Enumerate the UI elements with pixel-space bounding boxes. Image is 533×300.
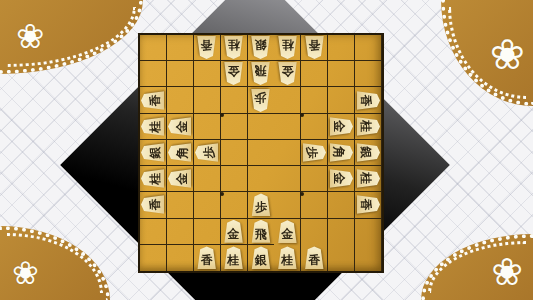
shogi-scene: { "game": "shogi", "scene": { "descripti… bbox=[0, 0, 533, 300]
shogi-piece[interactable]: 桂 bbox=[357, 116, 380, 137]
piece-body: 桂 bbox=[141, 116, 164, 137]
piece-kanji: 金 bbox=[333, 173, 345, 185]
piece-body: 銀 bbox=[250, 246, 271, 269]
piece-body: 香 bbox=[196, 246, 217, 269]
board-cell-6-3[interactable] bbox=[221, 87, 248, 113]
piece-body: 香 bbox=[357, 194, 380, 215]
board-cell-1-3[interactable]: 香 bbox=[355, 87, 382, 113]
board-cell-3-3[interactable] bbox=[301, 87, 328, 113]
board-cell-4-1[interactable]: 桂 bbox=[274, 35, 301, 61]
piece-kanji: 金 bbox=[176, 120, 188, 132]
shogi-board[interactable]: 香桂銀桂香金飛金香歩香桂金金桂銀角歩歩角銀桂金金桂香歩香金飛金香桂銀桂香 bbox=[138, 33, 384, 273]
board-cell-4-9[interactable]: 桂 bbox=[274, 245, 301, 271]
shogi-piece[interactable]: 香 bbox=[304, 36, 325, 59]
piece-kanji: 香 bbox=[308, 39, 320, 51]
board-cell-9-8[interactable] bbox=[140, 219, 167, 245]
board-cell-6-7[interactable] bbox=[221, 192, 248, 218]
piece-body: 金 bbox=[277, 62, 298, 85]
shogi-piece[interactable]: 飛 bbox=[250, 220, 271, 243]
piece-body: 角 bbox=[330, 142, 353, 163]
piece-kanji: 歩 bbox=[306, 146, 318, 158]
piece-body: 金 bbox=[277, 220, 298, 243]
piece-body: 金 bbox=[223, 220, 244, 243]
piece-body: 桂 bbox=[141, 168, 164, 189]
shogi-piece[interactable]: 金 bbox=[330, 116, 353, 137]
board-cell-9-3[interactable]: 香 bbox=[140, 87, 167, 113]
piece-kanji: 金 bbox=[228, 228, 240, 240]
board-cell-6-9[interactable]: 桂 bbox=[221, 245, 248, 271]
star-point bbox=[220, 113, 224, 117]
piece-body: 銀 bbox=[357, 142, 380, 163]
shogi-piece[interactable]: 香 bbox=[196, 246, 217, 269]
piece-kanji: 歩 bbox=[203, 146, 215, 158]
shogi-piece[interactable]: 香 bbox=[357, 194, 380, 215]
shogi-piece[interactable]: 香 bbox=[357, 90, 380, 111]
piece-kanji: 飛 bbox=[255, 65, 267, 77]
board-cell-1-7[interactable]: 香 bbox=[355, 192, 382, 218]
piece-body: 金 bbox=[330, 168, 353, 189]
board-cell-1-4[interactable]: 桂 bbox=[355, 114, 382, 140]
piece-body: 歩 bbox=[303, 142, 326, 163]
board-cell-1-8[interactable] bbox=[355, 219, 382, 245]
piece-body: 金 bbox=[168, 116, 191, 137]
board-cell-9-5[interactable]: 銀 bbox=[140, 140, 167, 166]
board-cell-3-8[interactable] bbox=[301, 219, 328, 245]
board-cell-5-6[interactable] bbox=[248, 166, 275, 192]
board-cell-2-5[interactable]: 角 bbox=[328, 140, 355, 166]
board-cell-6-6[interactable] bbox=[221, 166, 248, 192]
board-cell-4-7[interactable] bbox=[274, 192, 301, 218]
board-cell-1-5[interactable]: 銀 bbox=[355, 140, 382, 166]
board-cell-5-8[interactable]: 飛 bbox=[248, 219, 275, 245]
shogi-piece[interactable]: 桂 bbox=[141, 116, 164, 137]
lace-corner-top-left: ❀ bbox=[0, 0, 143, 74]
board-cell-6-1[interactable]: 桂 bbox=[221, 35, 248, 61]
board-cell-3-4[interactable] bbox=[301, 114, 328, 140]
board-cell-8-6[interactable]: 金 bbox=[167, 166, 194, 192]
board-cell-8-9[interactable] bbox=[167, 245, 194, 271]
piece-kanji: 香 bbox=[201, 39, 213, 51]
piece-kanji: 銀 bbox=[149, 146, 161, 158]
lace-flower-icon: ❀ bbox=[491, 250, 523, 294]
shogi-piece[interactable]: 金 bbox=[277, 220, 298, 243]
board-cell-2-7[interactable] bbox=[328, 192, 355, 218]
piece-kanji: 角 bbox=[333, 146, 345, 158]
piece-kanji: 香 bbox=[308, 254, 320, 266]
board-cell-9-2[interactable] bbox=[140, 61, 167, 87]
board-cell-8-7[interactable] bbox=[167, 192, 194, 218]
shogi-piece[interactable]: 桂 bbox=[141, 168, 164, 189]
piece-kanji: 飛 bbox=[255, 228, 267, 240]
board-cell-9-7[interactable]: 香 bbox=[140, 192, 167, 218]
board-cell-3-1[interactable]: 香 bbox=[301, 35, 328, 61]
board-cell-3-2[interactable] bbox=[301, 61, 328, 87]
board-cell-2-9[interactable] bbox=[328, 245, 355, 271]
board-cell-4-4[interactable] bbox=[274, 114, 301, 140]
shogi-piece[interactable]: 歩 bbox=[195, 142, 218, 163]
shogi-piece[interactable]: 角 bbox=[168, 142, 191, 163]
piece-kanji: 角 bbox=[176, 146, 188, 158]
board-cell-5-3[interactable]: 歩 bbox=[248, 87, 275, 113]
board-cell-3-6[interactable] bbox=[301, 166, 328, 192]
shogi-piece[interactable]: 香 bbox=[304, 246, 325, 269]
piece-body: 香 bbox=[141, 194, 164, 215]
piece-kanji: 香 bbox=[201, 254, 213, 266]
piece-kanji: 香 bbox=[149, 199, 161, 211]
piece-kanji: 銀 bbox=[255, 254, 267, 266]
piece-kanji: 香 bbox=[149, 94, 161, 106]
lace-flower-icon: ❀ bbox=[16, 16, 45, 56]
board-cell-3-7[interactable] bbox=[301, 192, 328, 218]
board-cell-9-4[interactable]: 桂 bbox=[140, 114, 167, 140]
board-cell-7-2[interactable] bbox=[194, 61, 221, 87]
star-point bbox=[300, 192, 304, 196]
piece-body: 桂 bbox=[357, 168, 380, 189]
shogi-piece[interactable]: 飛 bbox=[250, 62, 271, 85]
piece-kanji: 桂 bbox=[228, 39, 240, 51]
piece-body: 歩 bbox=[250, 89, 271, 112]
shogi-piece[interactable]: 銀 bbox=[141, 142, 164, 163]
board-area: 香桂銀桂香金飛金香歩香桂金金桂銀角歩歩角銀桂金金桂香歩香金飛金香桂銀桂香 bbox=[138, 33, 384, 273]
shogi-piece[interactable]: 香 bbox=[141, 90, 164, 111]
shogi-piece[interactable]: 桂 bbox=[357, 168, 380, 189]
piece-kanji: 金 bbox=[228, 65, 240, 77]
piece-body: 飛 bbox=[250, 62, 271, 85]
board-cell-6-5[interactable] bbox=[221, 140, 248, 166]
shogi-piece[interactable]: 桂 bbox=[277, 36, 298, 59]
board-cell-6-8[interactable]: 金 bbox=[221, 219, 248, 245]
board-cell-7-5[interactable]: 歩 bbox=[194, 140, 221, 166]
shogi-piece[interactable]: 金 bbox=[168, 116, 191, 137]
piece-kanji: 歩 bbox=[255, 92, 267, 104]
board-cell-9-6[interactable]: 桂 bbox=[140, 166, 167, 192]
shogi-piece[interactable]: 金 bbox=[168, 168, 191, 189]
board-cell-5-2[interactable]: 飛 bbox=[248, 61, 275, 87]
piece-kanji: 桂 bbox=[360, 173, 372, 185]
shogi-piece[interactable]: 香 bbox=[196, 36, 217, 59]
board-cell-7-8[interactable] bbox=[194, 219, 221, 245]
piece-kanji: 桂 bbox=[149, 173, 161, 185]
board-cell-5-9[interactable]: 銀 bbox=[248, 245, 275, 271]
piece-kanji: 桂 bbox=[360, 120, 372, 132]
board-cell-8-1[interactable] bbox=[167, 35, 194, 61]
board-cell-7-3[interactable] bbox=[194, 87, 221, 113]
board-cell-5-7[interactable]: 歩 bbox=[248, 192, 275, 218]
piece-body: 桂 bbox=[277, 246, 298, 269]
piece-kanji: 桂 bbox=[281, 254, 293, 266]
shogi-piece[interactable]: 銀 bbox=[250, 246, 271, 269]
board-cell-8-3[interactable] bbox=[167, 87, 194, 113]
board-cell-7-4[interactable] bbox=[194, 114, 221, 140]
shogi-piece[interactable]: 金 bbox=[223, 220, 244, 243]
piece-kanji: 金 bbox=[281, 65, 293, 77]
piece-body: 香 bbox=[304, 36, 325, 59]
board-cell-1-6[interactable]: 桂 bbox=[355, 166, 382, 192]
board-cell-4-3[interactable] bbox=[274, 87, 301, 113]
board-cell-2-3[interactable] bbox=[328, 87, 355, 113]
board-cell-4-8[interactable]: 金 bbox=[274, 219, 301, 245]
board-cell-9-9[interactable] bbox=[140, 245, 167, 271]
board-cell-2-6[interactable]: 金 bbox=[328, 166, 355, 192]
piece-kanji: 金 bbox=[281, 228, 293, 240]
star-point bbox=[220, 192, 224, 196]
board-cell-2-8[interactable] bbox=[328, 219, 355, 245]
star-point bbox=[300, 113, 304, 117]
piece-kanji: 歩 bbox=[255, 201, 267, 213]
piece-kanji: 桂 bbox=[228, 254, 240, 266]
piece-kanji: 桂 bbox=[149, 120, 161, 132]
piece-body: 桂 bbox=[223, 246, 244, 269]
lace-flower-icon: ❀ bbox=[490, 30, 525, 79]
piece-body: 銀 bbox=[141, 142, 164, 163]
piece-kanji: 香 bbox=[360, 94, 372, 106]
piece-body: 歩 bbox=[195, 142, 218, 163]
board-cell-9-1[interactable] bbox=[140, 35, 167, 61]
board-cell-3-5[interactable]: 歩 bbox=[301, 140, 328, 166]
board-cell-4-2[interactable]: 金 bbox=[274, 61, 301, 87]
piece-body: 金 bbox=[168, 168, 191, 189]
board-cell-8-2[interactable] bbox=[167, 61, 194, 87]
board-cell-5-5[interactable] bbox=[248, 140, 275, 166]
piece-body: 香 bbox=[357, 90, 380, 111]
board-cell-8-8[interactable] bbox=[167, 219, 194, 245]
piece-kanji: 銀 bbox=[360, 146, 372, 158]
board-cell-5-1[interactable]: 銀 bbox=[248, 35, 275, 61]
piece-body: 香 bbox=[196, 36, 217, 59]
board-cell-2-1[interactable] bbox=[328, 35, 355, 61]
board-cell-1-2[interactable] bbox=[355, 61, 382, 87]
shogi-piece[interactable]: 桂 bbox=[223, 246, 244, 269]
shogi-piece[interactable]: 角 bbox=[330, 142, 353, 163]
piece-body: 銀 bbox=[250, 36, 271, 59]
board-cell-2-2[interactable] bbox=[328, 61, 355, 87]
board-cell-1-1[interactable] bbox=[355, 35, 382, 61]
board-cell-3-9[interactable]: 香 bbox=[301, 245, 328, 271]
shogi-piece[interactable]: 歩 bbox=[303, 142, 326, 163]
piece-body: 歩 bbox=[250, 193, 271, 216]
board-cell-5-4[interactable] bbox=[248, 114, 275, 140]
piece-body: 金 bbox=[223, 62, 244, 85]
shogi-piece[interactable]: 銀 bbox=[250, 36, 271, 59]
lace-corner-top-right: ❀ bbox=[441, 0, 533, 106]
board-cell-7-1[interactable]: 香 bbox=[194, 35, 221, 61]
piece-body: 香 bbox=[141, 90, 164, 111]
piece-body: 香 bbox=[304, 246, 325, 269]
piece-kanji: 金 bbox=[176, 173, 188, 185]
piece-body: 角 bbox=[168, 142, 191, 163]
piece-kanji: 銀 bbox=[255, 39, 267, 51]
shogi-piece[interactable]: 金 bbox=[277, 62, 298, 85]
piece-kanji: 香 bbox=[360, 199, 372, 211]
piece-body: 桂 bbox=[357, 116, 380, 137]
board-cell-7-7[interactable] bbox=[194, 192, 221, 218]
shogi-piece[interactable]: 桂 bbox=[223, 36, 244, 59]
shogi-piece[interactable]: 金 bbox=[330, 168, 353, 189]
board-cell-4-6[interactable] bbox=[274, 166, 301, 192]
shogi-piece[interactable]: 歩 bbox=[250, 89, 271, 112]
piece-body: 桂 bbox=[277, 36, 298, 59]
shogi-piece[interactable]: 桂 bbox=[277, 246, 298, 269]
board-cell-6-2[interactable]: 金 bbox=[221, 61, 248, 87]
lace-corner-bottom-left: ❀ bbox=[0, 226, 110, 300]
board-cell-7-9[interactable]: 香 bbox=[194, 245, 221, 271]
board-cell-4-5[interactable] bbox=[274, 140, 301, 166]
shogi-piece[interactable]: 銀 bbox=[357, 142, 380, 163]
shogi-piece[interactable]: 香 bbox=[141, 194, 164, 215]
lace-corner-bottom-right: ❀ bbox=[421, 234, 533, 300]
shogi-piece[interactable]: 歩 bbox=[250, 193, 271, 216]
shogi-piece[interactable]: 金 bbox=[223, 62, 244, 85]
lace-flower-icon: ❀ bbox=[12, 254, 39, 292]
board-cell-6-4[interactable] bbox=[221, 114, 248, 140]
piece-kanji: 金 bbox=[333, 120, 345, 132]
piece-body: 飛 bbox=[250, 220, 271, 243]
piece-body: 金 bbox=[330, 116, 353, 137]
board-cell-7-6[interactable] bbox=[194, 166, 221, 192]
board-cell-8-4[interactable]: 金 bbox=[167, 114, 194, 140]
board-cell-8-5[interactable]: 角 bbox=[167, 140, 194, 166]
board-cell-2-4[interactable]: 金 bbox=[328, 114, 355, 140]
board-cell-1-9[interactable] bbox=[355, 245, 382, 271]
piece-body: 桂 bbox=[223, 36, 244, 59]
piece-kanji: 桂 bbox=[281, 39, 293, 51]
